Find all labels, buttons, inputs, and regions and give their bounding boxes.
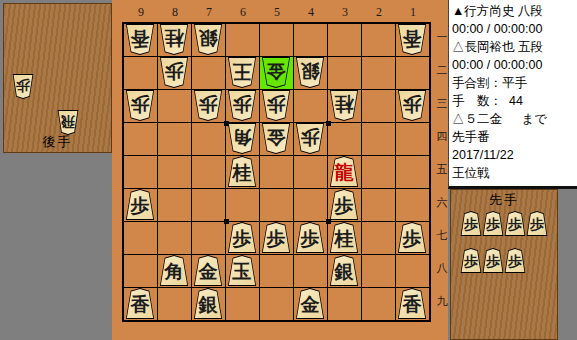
square-2-7[interactable] [362,222,395,254]
square-5-5[interactable] [260,156,293,188]
square-7-8[interactable]: 金 [192,255,225,287]
file-label-9: 9 [124,5,158,20]
gote-silver-piece[interactable]: 銀 [295,57,325,88]
sente-knight-piece[interactable]: 桂 [227,156,257,187]
hoshi-dot [224,219,229,224]
sente-tray-label: 先手 [451,191,557,209]
handicap-label: 手合割：平手 [452,74,577,92]
square-7-5[interactable] [192,156,225,188]
square-9-6[interactable]: 歩 [124,189,157,221]
sente-king-piece[interactable]: 玉 [227,255,257,286]
square-6-3[interactable]: 歩 [226,90,259,122]
square-7-3[interactable]: 歩 [192,90,225,122]
square-6-2[interactable]: 王 [226,57,259,89]
sente-pawn-piece[interactable]: 歩 [227,222,257,253]
sente-bishop-piece[interactable]: 角 [159,255,189,286]
sente-pawn-piece[interactable]: 歩 [526,211,548,236]
gote-pawn-piece[interactable]: 歩 [193,90,223,121]
rank-label-1: 一 [435,30,449,45]
gote-silver-piece[interactable]: 銀 [193,24,223,55]
gote-gold-piece[interactable]: 金 [261,57,291,88]
square-1-1[interactable]: 香 [396,24,429,56]
square-2-4[interactable] [362,123,395,155]
square-6-9[interactable] [226,288,259,320]
sente-pawn-piece[interactable]: 歩 [482,211,504,236]
square-7-6[interactable] [192,189,225,221]
square-8-8[interactable]: 角 [158,255,191,287]
square-3-3[interactable]: 桂 [328,90,361,122]
sente-lance-piece[interactable]: 香 [397,288,427,319]
file-label-1: 1 [396,5,430,20]
sente-lance-piece[interactable]: 香 [125,288,155,319]
square-1-3[interactable]: 歩 [396,90,429,122]
square-6-4[interactable]: 角 [226,123,259,155]
shogi-app-window: 後手 歩飛 987654321 香桂銀香歩王金銀歩歩歩歩桂歩角金歩桂龍歩歩歩歩歩… [0,0,577,340]
file-label-3: 3 [328,5,362,20]
square-9-4[interactable] [124,123,157,155]
file-label-4: 4 [294,5,328,20]
sente-pawn-piece[interactable]: 歩 [397,222,427,253]
square-1-9[interactable]: 香 [396,288,429,320]
gote-player-name: △長岡裕也 五段 [452,38,577,56]
square-2-1[interactable] [362,24,395,56]
gote-captured-tray: 後手 歩飛 [3,3,112,153]
square-9-8[interactable] [124,255,157,287]
gote-pawn-piece[interactable]: 歩 [125,90,155,121]
sente-pawn-piece[interactable]: 歩 [504,211,526,236]
gote-clock: 00:00 / 00:00:00 [452,56,577,74]
file-label-5: 5 [260,5,294,20]
square-3-6[interactable]: 歩 [328,189,361,221]
square-2-2[interactable] [362,57,395,89]
sente-silver-piece[interactable]: 銀 [329,255,359,286]
shogi-board: 香桂銀香歩王金銀歩歩歩歩桂歩角金歩桂龍歩歩歩歩歩桂歩角金玉銀香銀金香 [122,22,431,322]
square-6-5[interactable]: 桂 [226,156,259,188]
square-5-7[interactable]: 歩 [260,222,293,254]
square-5-2[interactable]: 金 [260,57,293,89]
sente-pawn-piece[interactable]: 歩 [295,222,325,253]
square-4-4[interactable]: 歩 [294,123,327,155]
square-8-3[interactable] [158,90,191,122]
square-6-8[interactable]: 玉 [226,255,259,287]
gote-gold-piece[interactable]: 金 [261,123,291,154]
square-7-1[interactable]: 銀 [192,24,225,56]
square-8-2[interactable]: 歩 [158,57,191,89]
square-5-4[interactable]: 金 [260,123,293,155]
square-7-4[interactable] [192,123,225,155]
hoshi-dot [326,121,331,126]
square-9-2[interactable] [124,57,157,89]
file-label-8: 8 [158,5,192,20]
square-3-8[interactable]: 銀 [328,255,361,287]
sente-silver-piece[interactable]: 銀 [193,288,223,319]
rank-label-3: 三 [435,96,449,111]
square-2-6[interactable] [362,189,395,221]
square-5-9[interactable] [260,288,293,320]
square-7-9[interactable]: 銀 [192,288,225,320]
square-5-1[interactable] [260,24,293,56]
file-label-2: 2 [362,5,396,20]
square-4-8[interactable] [294,255,327,287]
gote-pawn-piece[interactable]: 歩 [227,90,257,121]
sente-pawn-piece[interactable]: 歩 [504,248,526,273]
square-3-4[interactable] [328,123,361,155]
square-9-9[interactable]: 香 [124,288,157,320]
hoshi-dot [224,121,229,126]
file-label-7: 7 [192,5,226,20]
square-4-3[interactable] [294,90,327,122]
rank-label-2: 二 [435,63,449,78]
gote-knight-piece[interactable]: 桂 [329,90,359,121]
gote-pawn-piece[interactable]: 歩 [261,90,291,121]
gote-pawn-piece[interactable]: 歩 [397,90,427,121]
square-6-1[interactable] [226,24,259,56]
square-4-1[interactable] [294,24,327,56]
square-1-8[interactable] [396,255,429,287]
square-4-6[interactable] [294,189,327,221]
sente-pawn-piece[interactable]: 歩 [329,189,359,220]
square-5-3[interactable]: 歩 [260,90,293,122]
square-4-7[interactable]: 歩 [294,222,327,254]
square-3-2[interactable] [328,57,361,89]
sente-captured-tray: 先手 歩歩歩歩歩歩歩 [450,189,558,340]
gote-pawn-piece[interactable]: 歩 [295,123,325,154]
square-3-1[interactable] [328,24,361,56]
game-info-panel: ▲行方尚史 八段 00:00 / 00:00:00 △長岡裕也 五段 00:00… [448,0,577,189]
rank-label-7: 七 [435,228,449,243]
file-label-6: 6 [226,5,260,20]
board-area: 987654321 香桂銀香歩王金銀歩歩歩歩桂歩角金歩桂龍歩歩歩歩歩桂歩角金玉銀… [112,0,448,340]
sente-pawn-piece[interactable]: 歩 [261,222,291,253]
gote-bishop-piece[interactable]: 角 [227,123,257,154]
sente-player-name: ▲行方尚史 八段 [452,2,577,20]
square-2-5[interactable] [362,156,395,188]
gote-rook-piece[interactable]: 飛 [57,110,79,135]
square-1-7[interactable]: 歩 [396,222,429,254]
rank-label-5: 五 [435,162,449,177]
square-6-6[interactable] [226,189,259,221]
square-9-7[interactable] [124,222,157,254]
side-to-move: 先手番 [452,128,577,146]
sente-knight-piece[interactable]: 桂 [329,222,359,253]
game-date: 2017/11/22 [452,146,577,164]
move-count: 手 数： 44 [452,92,577,110]
square-4-2[interactable]: 銀 [294,57,327,89]
square-4-9[interactable]: 金 [294,288,327,320]
square-2-8[interactable] [362,255,395,287]
last-move-label: △５二金 まで [452,110,577,128]
square-3-7[interactable]: 桂 [328,222,361,254]
square-2-3[interactable] [362,90,395,122]
sente-dragon-piece[interactable]: 龍 [329,156,359,187]
hoshi-dot [326,219,331,224]
sente-pawn-piece[interactable]: 歩 [460,211,482,236]
square-5-8[interactable] [260,255,293,287]
gote-lance-piece[interactable]: 香 [125,24,155,55]
square-3-5[interactable]: 龍 [328,156,361,188]
gote-knight-piece[interactable]: 桂 [159,24,189,55]
square-7-2[interactable] [192,57,225,89]
square-1-4[interactable] [396,123,429,155]
gote-king-piece[interactable]: 王 [227,57,257,88]
square-4-5[interactable] [294,156,327,188]
rank-label-8: 八 [435,261,449,276]
square-2-9[interactable] [362,288,395,320]
sente-pawn-piece[interactable]: 歩 [482,248,504,273]
square-7-7[interactable] [192,222,225,254]
sente-pawn-piece[interactable]: 歩 [125,189,155,220]
square-9-3[interactable]: 歩 [124,90,157,122]
rank-label-4: 四 [435,129,449,144]
square-9-1[interactable]: 香 [124,24,157,56]
square-1-5[interactable] [396,156,429,188]
sente-gold-piece[interactable]: 金 [295,288,325,319]
sente-pawn-piece[interactable]: 歩 [460,248,482,273]
square-6-7[interactable]: 歩 [226,222,259,254]
gote-pawn-piece[interactable]: 歩 [12,74,34,99]
square-5-6[interactable] [260,189,293,221]
gote-lance-piece[interactable]: 香 [397,24,427,55]
square-8-7[interactable] [158,222,191,254]
sente-gold-piece[interactable]: 金 [193,255,223,286]
tournament-name: 王位戦 [452,164,577,182]
rank-label-9: 九 [435,294,449,309]
gote-tray-label: 後手 [4,133,111,151]
square-8-4[interactable] [158,123,191,155]
square-8-1[interactable]: 桂 [158,24,191,56]
square-3-9[interactable] [328,288,361,320]
square-1-6[interactable] [396,189,429,221]
square-8-9[interactable] [158,288,191,320]
rank-label-6: 六 [435,195,449,210]
square-8-6[interactable] [158,189,191,221]
square-1-2[interactable] [396,57,429,89]
square-8-5[interactable] [158,156,191,188]
gote-pawn-piece[interactable]: 歩 [159,57,189,88]
square-9-5[interactable] [124,156,157,188]
sente-clock: 00:00 / 00:00:00 [452,20,577,38]
